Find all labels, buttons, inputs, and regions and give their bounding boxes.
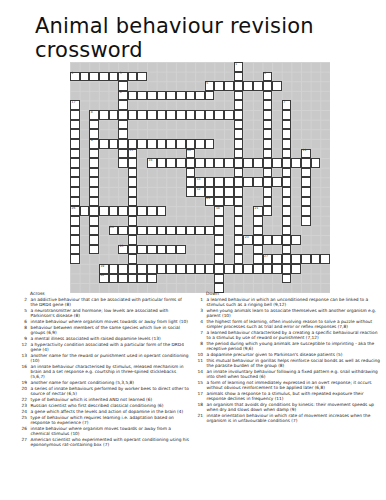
crossword-cell[interactable] (214, 226, 224, 236)
crossword-cell[interactable] (128, 168, 138, 178)
crossword-cell[interactable] (205, 177, 215, 187)
crossword-cell[interactable] (282, 139, 292, 149)
crossword-cell[interactable] (272, 158, 282, 168)
crossword-cell[interactable] (263, 197, 273, 207)
crossword-cell[interactable] (147, 206, 157, 216)
clue-number: 11 (194, 359, 207, 369)
crossword-cell[interactable] (214, 245, 224, 255)
crossword-cell[interactable] (147, 226, 157, 236)
crossword-cell[interactable] (272, 264, 282, 274)
crossword-cell[interactable] (282, 187, 292, 197)
clue-text: a hyperactivity condition associated wit… (31, 343, 191, 353)
crossword-cell[interactable] (282, 120, 292, 130)
crossword-cell[interactable] (263, 235, 273, 245)
crossword-cell[interactable]: 25 (118, 245, 128, 255)
crossword-cell[interactable] (186, 264, 196, 274)
clue-number: 7 (194, 331, 207, 341)
crossword-cell[interactable] (99, 139, 109, 149)
crossword-cell[interactable] (263, 187, 273, 197)
crossword-cell[interactable] (176, 91, 186, 101)
crossword-cell[interactable] (243, 81, 253, 91)
crossword-cell[interactable] (214, 274, 224, 284)
crossword-cell[interactable] (176, 226, 186, 236)
crossword-cell[interactable] (253, 158, 263, 168)
crossword-cell[interactable] (214, 216, 224, 226)
crossword-cell[interactable] (70, 177, 80, 187)
crossword-cell[interactable] (166, 158, 176, 168)
crossword-cell[interactable]: 2 (70, 72, 80, 82)
crossword-cell[interactable] (166, 245, 176, 255)
crossword-cell[interactable] (291, 254, 301, 264)
crossword-cell[interactable]: 12 (195, 187, 205, 197)
crossword-cell[interactable] (234, 177, 244, 187)
crossword-cell[interactable] (224, 197, 234, 207)
crossword-cell[interactable] (118, 139, 128, 149)
crossword-cell[interactable] (118, 129, 128, 139)
crossword-cell[interactable] (301, 206, 311, 216)
crossword-cell[interactable] (263, 91, 273, 101)
crossword-cell[interactable] (70, 139, 80, 149)
crossword-cell[interactable] (234, 235, 244, 245)
crossword-cell[interactable] (128, 110, 138, 120)
crossword-cell[interactable] (166, 139, 176, 149)
crossword-cell[interactable] (89, 72, 99, 82)
crossword-cell[interactable] (128, 158, 138, 168)
crossword-cell[interactable] (128, 197, 138, 207)
crossword-cell[interactable]: 21 (253, 206, 263, 216)
crossword-cell[interactable] (128, 206, 138, 216)
crossword-cell[interactable] (70, 149, 80, 159)
crossword-cell[interactable] (186, 187, 196, 197)
crossword-cell[interactable] (166, 264, 176, 274)
crossword-cell[interactable] (214, 235, 224, 245)
crossword-cell[interactable]: 26 (70, 206, 80, 216)
crossword-cell[interactable] (157, 206, 167, 216)
crossword-cell[interactable] (176, 158, 186, 168)
crossword-cell[interactable] (80, 72, 90, 82)
crossword-cell[interactable] (128, 226, 138, 236)
crossword-cell[interactable] (253, 254, 263, 264)
crossword-cell[interactable] (301, 187, 311, 197)
crossword-cell[interactable]: 24 (205, 197, 215, 207)
crossword-cell[interactable] (195, 110, 205, 120)
crossword-cell[interactable] (186, 226, 196, 236)
crossword-cell[interactable] (301, 177, 311, 187)
crossword-cell[interactable] (157, 264, 167, 274)
crossword-cell[interactable] (263, 264, 273, 274)
crossword-cell[interactable] (234, 187, 244, 197)
crossword-cell[interactable] (89, 120, 99, 130)
clue-number: 5 (18, 309, 31, 319)
crossword-cell[interactable] (234, 245, 244, 255)
crossword-cell[interactable] (70, 110, 80, 120)
crossword-cell[interactable] (176, 264, 186, 274)
crossword-cell[interactable] (234, 110, 244, 120)
crossword-cell[interactable] (234, 226, 244, 236)
clue-text: behaviour between members of the same sp… (31, 326, 191, 336)
crossword-cell[interactable] (195, 139, 205, 149)
crossword-cell[interactable] (253, 177, 263, 187)
crossword-cell[interactable] (70, 129, 80, 139)
crossword-cell[interactable] (301, 168, 311, 178)
crossword-cell[interactable] (70, 216, 80, 226)
crossword-cell[interactable] (214, 110, 224, 120)
crossword-cell[interactable] (128, 177, 138, 187)
crossword-cell[interactable] (282, 168, 292, 178)
crossword-cell[interactable] (263, 206, 273, 216)
clue-number-label: 10 (187, 149, 191, 153)
crossword-cell[interactable] (89, 149, 99, 159)
crossword-cell[interactable] (186, 110, 196, 120)
crossword-cell[interactable] (166, 110, 176, 120)
crossword-cell[interactable] (282, 216, 292, 226)
crossword-cell[interactable]: 7 (282, 100, 292, 110)
clue-text: an addictive behaviour that can be assoc… (31, 298, 191, 308)
crossword-cell[interactable]: 15 (128, 149, 138, 159)
crossword-cell[interactable] (234, 81, 244, 91)
clue-number: 12 (18, 343, 31, 353)
crossword-cell[interactable]: 22 (99, 274, 109, 284)
crossword-cell[interactable] (263, 100, 273, 110)
crossword-cell[interactable] (70, 254, 80, 264)
crossword-cell[interactable] (70, 245, 80, 255)
crossword-cell[interactable] (118, 226, 128, 236)
crossword-cell[interactable] (118, 264, 128, 274)
across-clue: 8behaviour between members of the same s… (18, 326, 190, 336)
crossword-cell[interactable] (272, 235, 282, 245)
crossword-cell[interactable]: 5 (205, 81, 215, 91)
down-clues: Down 1a learned behaviour in which an un… (194, 292, 380, 425)
clue-number: 3 (194, 309, 207, 319)
crossword-cell[interactable] (234, 197, 244, 207)
crossword-cell[interactable] (282, 264, 292, 274)
clue-number: 1 (194, 298, 207, 308)
crossword-cell[interactable] (263, 177, 273, 187)
crossword-cell[interactable] (137, 206, 147, 216)
crossword-cell[interactable] (282, 206, 292, 216)
clue-number: 8 (194, 342, 207, 352)
crossword-cell[interactable]: 16 (147, 158, 157, 168)
crossword-cell[interactable] (118, 149, 128, 159)
crossword-cell[interactable] (205, 158, 215, 168)
crossword-cell[interactable] (301, 197, 311, 207)
crossword-cell[interactable] (311, 254, 321, 264)
crossword-cell[interactable] (109, 139, 119, 149)
crossword-cell[interactable] (243, 264, 253, 274)
crossword-cell[interactable] (137, 91, 147, 101)
crossword-cell[interactable] (89, 235, 99, 245)
crossword-cell[interactable] (224, 187, 234, 197)
crossword-cell[interactable] (205, 110, 215, 120)
crossword-cell[interactable] (186, 91, 196, 101)
crossword-cell[interactable] (118, 110, 128, 120)
down-clue: 15a form of learning not immediately exp… (194, 381, 380, 391)
crossword-cell[interactable] (70, 187, 80, 197)
crossword-cell[interactable] (291, 158, 301, 168)
crossword-cell[interactable] (234, 139, 244, 149)
crossword-cell[interactable] (157, 91, 167, 101)
crossword-cell[interactable] (147, 139, 157, 149)
clue-number-label: 21 (254, 207, 258, 211)
crossword-cell[interactable] (214, 81, 224, 91)
crossword-cell[interactable] (214, 197, 224, 207)
crossword-cell[interactable] (224, 81, 234, 91)
crossword-cell[interactable] (282, 110, 292, 120)
crossword-cell[interactable] (157, 226, 167, 236)
crossword-cell[interactable] (311, 158, 321, 168)
crossword-cell[interactable] (301, 216, 311, 226)
crossword-cell[interactable]: 27 (263, 254, 273, 264)
clue-number-label: 9 (91, 139, 93, 143)
crossword-cell[interactable]: 9 (89, 139, 99, 149)
crossword-cell[interactable] (118, 158, 128, 168)
crossword-cell[interactable] (166, 226, 176, 236)
crossword-cell[interactable] (176, 110, 186, 120)
clue-number-label: 13 (197, 178, 201, 182)
down-clue: 8the period during which young animals a… (194, 342, 380, 352)
crossword-cell[interactable] (118, 206, 128, 216)
crossword-cell[interactable] (214, 187, 224, 197)
crossword-cell[interactable] (234, 129, 244, 139)
crossword-cell[interactable] (147, 274, 157, 284)
crossword-cell[interactable] (224, 177, 234, 187)
crossword-cell[interactable] (282, 149, 292, 159)
crossword-cell[interactable] (137, 226, 147, 236)
clue-number-label: 3 (120, 72, 122, 76)
crossword-cell[interactable]: 11 (301, 149, 311, 159)
crossword-cell[interactable] (253, 245, 263, 255)
crossword-cell[interactable] (128, 216, 138, 226)
crossword-cell[interactable] (253, 264, 263, 274)
clue-text: type of behaviour which requires learnin… (31, 416, 191, 426)
crossword-cell[interactable] (157, 158, 167, 168)
crossword-cell[interactable] (137, 110, 147, 120)
crossword-cell[interactable] (186, 158, 196, 168)
crossword-cell[interactable] (89, 168, 99, 178)
crossword-cell[interactable] (195, 226, 205, 236)
crossword-cell[interactable] (118, 120, 128, 130)
crossword-cell[interactable] (195, 264, 205, 274)
crossword-cell[interactable]: 1 (234, 62, 244, 72)
crossword-cell[interactable] (272, 177, 282, 187)
crossword-cell[interactable] (89, 177, 99, 187)
crossword-cell[interactable] (157, 110, 167, 120)
clue-number: 25 (18, 416, 31, 426)
crossword-cell[interactable] (234, 72, 244, 82)
crossword-cell[interactable] (176, 139, 186, 149)
crossword-cell[interactable] (234, 158, 244, 168)
crossword-cell[interactable] (214, 177, 224, 187)
clue-text: a learned behaviour in which an uncondit… (207, 298, 381, 308)
crossword-cell[interactable] (320, 254, 330, 264)
crossword-cell[interactable] (186, 168, 196, 178)
crossword-cell[interactable] (214, 264, 224, 274)
crossword-cell[interactable]: 23 (243, 235, 253, 245)
crossword-cell[interactable] (224, 110, 234, 120)
crossword-cell[interactable] (253, 226, 263, 236)
crossword-cell[interactable]: 4 (263, 72, 273, 82)
crossword-cell[interactable] (263, 168, 273, 178)
crossword-cell[interactable] (234, 264, 244, 274)
crossword-cell[interactable] (70, 120, 80, 130)
crossword-cell[interactable] (147, 264, 157, 274)
crossword-cell[interactable] (301, 158, 311, 168)
crossword-cell[interactable] (272, 81, 282, 91)
crossword-cell[interactable] (272, 254, 282, 264)
crossword-cell[interactable] (234, 216, 244, 226)
crossword-cell[interactable] (70, 168, 80, 178)
crossword-cell[interactable] (282, 235, 292, 245)
across-clue: 27American scientist who experimented wi… (18, 438, 190, 448)
crossword-cell[interactable] (128, 274, 138, 284)
crossword-cell[interactable] (263, 81, 273, 91)
crossword-cell[interactable] (99, 110, 109, 120)
crossword-cell[interactable] (109, 274, 119, 284)
crossword-cell[interactable] (282, 177, 292, 187)
crossword-cell[interactable] (291, 235, 301, 245)
crossword-cell[interactable] (291, 264, 301, 274)
clue-text: a learned behaviour characterised by a c… (207, 331, 381, 341)
crossword-cell[interactable] (128, 254, 138, 264)
crossword-cell[interactable]: 18 (214, 206, 224, 216)
crossword-cell[interactable] (128, 187, 138, 197)
clue-number-label: 26 (72, 207, 76, 211)
crossword-cell[interactable] (128, 72, 138, 82)
crossword-cell[interactable] (234, 100, 244, 110)
down-clue: 17animals show a response to a stimulus,… (194, 392, 380, 402)
crossword-cell[interactable] (99, 72, 109, 82)
crossword-cell[interactable] (80, 206, 90, 216)
crossword-cell[interactable] (282, 274, 292, 284)
crossword-cell[interactable]: 10 (186, 149, 196, 159)
crossword-cell[interactable] (282, 129, 292, 139)
crossword-cell[interactable] (282, 254, 292, 264)
crossword-cell[interactable] (282, 197, 292, 207)
crossword-cell[interactable] (263, 110, 273, 120)
crossword-board: 1234561778915101116131224261821202325271… (70, 62, 330, 293)
crossword-cell[interactable] (205, 226, 215, 236)
across-clues: Across 2an addictive behaviour that can … (18, 292, 190, 449)
crossword-cell[interactable] (205, 91, 215, 101)
crossword-cell[interactable] (234, 91, 244, 101)
crossword-cell[interactable] (70, 226, 80, 236)
crossword-cell[interactable] (157, 245, 167, 255)
crossword-cell[interactable] (118, 274, 128, 284)
crossword-cell[interactable] (234, 254, 244, 264)
crossword-cell[interactable] (214, 254, 224, 264)
crossword-cell[interactable] (137, 264, 147, 274)
crossword-cell[interactable] (147, 110, 157, 120)
crossword-cell[interactable] (157, 139, 167, 149)
crossword-cell[interactable] (282, 158, 292, 168)
crossword-cell[interactable] (234, 206, 244, 216)
crossword-cell[interactable] (147, 91, 157, 101)
crossword-cell[interactable] (263, 158, 273, 168)
down-clue: 14an innate involuntary behaviour follow… (194, 370, 380, 380)
crossword-cell[interactable] (137, 139, 147, 149)
crossword-cell[interactable]: 6 (118, 91, 128, 101)
crossword-cell[interactable] (109, 72, 119, 82)
crossword-cell[interactable] (301, 254, 311, 264)
crossword-cell[interactable] (109, 264, 119, 274)
crossword-cell[interactable] (282, 226, 292, 236)
crossword-cell[interactable] (243, 158, 253, 168)
crossword-cell[interactable] (234, 168, 244, 178)
clue-number: 2 (18, 298, 31, 308)
crossword-cell[interactable] (89, 206, 99, 216)
clue-number-label: 23 (245, 236, 249, 240)
crossword-cell[interactable] (99, 206, 109, 216)
crossword-cell[interactable] (234, 149, 244, 159)
crossword-cell[interactable] (205, 139, 215, 149)
crossword-cell[interactable] (89, 226, 99, 236)
clue-number-label: 6 (120, 91, 122, 95)
crossword-cell[interactable] (263, 149, 273, 159)
crossword-cell[interactable] (243, 177, 253, 187)
crossword-cell[interactable] (137, 72, 147, 82)
clue-text: the highest form of learning, often invo… (207, 320, 381, 330)
crossword-cell[interactable] (195, 158, 205, 168)
crossword-cell[interactable] (128, 235, 138, 245)
crossword-cell[interactable] (166, 91, 176, 101)
crossword-cell[interactable] (282, 245, 292, 255)
crossword-cell[interactable] (214, 158, 224, 168)
crossword-cell[interactable] (253, 81, 263, 91)
crossword-cell[interactable] (253, 235, 263, 245)
crossword-cell[interactable]: 8 (89, 110, 99, 120)
crossword-cell[interactable]: 20 (109, 226, 119, 236)
crossword-cell[interactable] (89, 158, 99, 168)
crossword-cell[interactable] (147, 245, 157, 255)
crossword-cell[interactable] (234, 120, 244, 130)
crossword-cell[interactable]: 3 (118, 72, 128, 82)
crossword-cell[interactable] (205, 264, 215, 274)
crossword-cell[interactable] (224, 158, 234, 168)
crossword-cell[interactable] (109, 110, 119, 120)
crossword-cell[interactable] (176, 245, 186, 255)
crossword-cell[interactable] (263, 129, 273, 139)
crossword-cell[interactable] (137, 245, 147, 255)
crossword-cell[interactable] (137, 274, 147, 284)
crossword-cell[interactable] (263, 139, 273, 149)
crossword-cell[interactable] (89, 216, 99, 226)
crossword-cell[interactable] (195, 91, 205, 101)
crossword-cell[interactable] (186, 177, 196, 187)
clue-number: 8 (18, 326, 31, 336)
crossword-cell[interactable] (263, 120, 273, 130)
crossword-cell[interactable] (109, 206, 119, 216)
clue-text: an innate behaviour characterised by sti… (31, 365, 191, 380)
down-clue: 4the highest form of learning, often inv… (194, 320, 380, 330)
crossword-cell[interactable] (70, 197, 80, 207)
crossword-cell[interactable] (128, 264, 138, 274)
crossword-cell[interactable] (128, 245, 138, 255)
crossword-cell[interactable] (118, 100, 128, 110)
crossword-cell[interactable]: 17 (70, 100, 80, 110)
clue-text: when young animals learn to associate th… (207, 309, 381, 319)
crossword-cell[interactable] (128, 91, 138, 101)
crossword-cell[interactable] (224, 264, 234, 274)
clue-number-label: 8 (91, 111, 93, 115)
crossword-cell[interactable] (89, 245, 99, 255)
crossword-cell[interactable] (70, 235, 80, 245)
crossword-cell[interactable]: 13 (195, 177, 205, 187)
crossword-cell[interactable] (89, 197, 99, 207)
crossword-cell[interactable] (253, 216, 263, 226)
crossword-cell[interactable] (89, 187, 99, 197)
crossword-cell[interactable] (70, 158, 80, 168)
clue-number: 4 (194, 320, 207, 330)
